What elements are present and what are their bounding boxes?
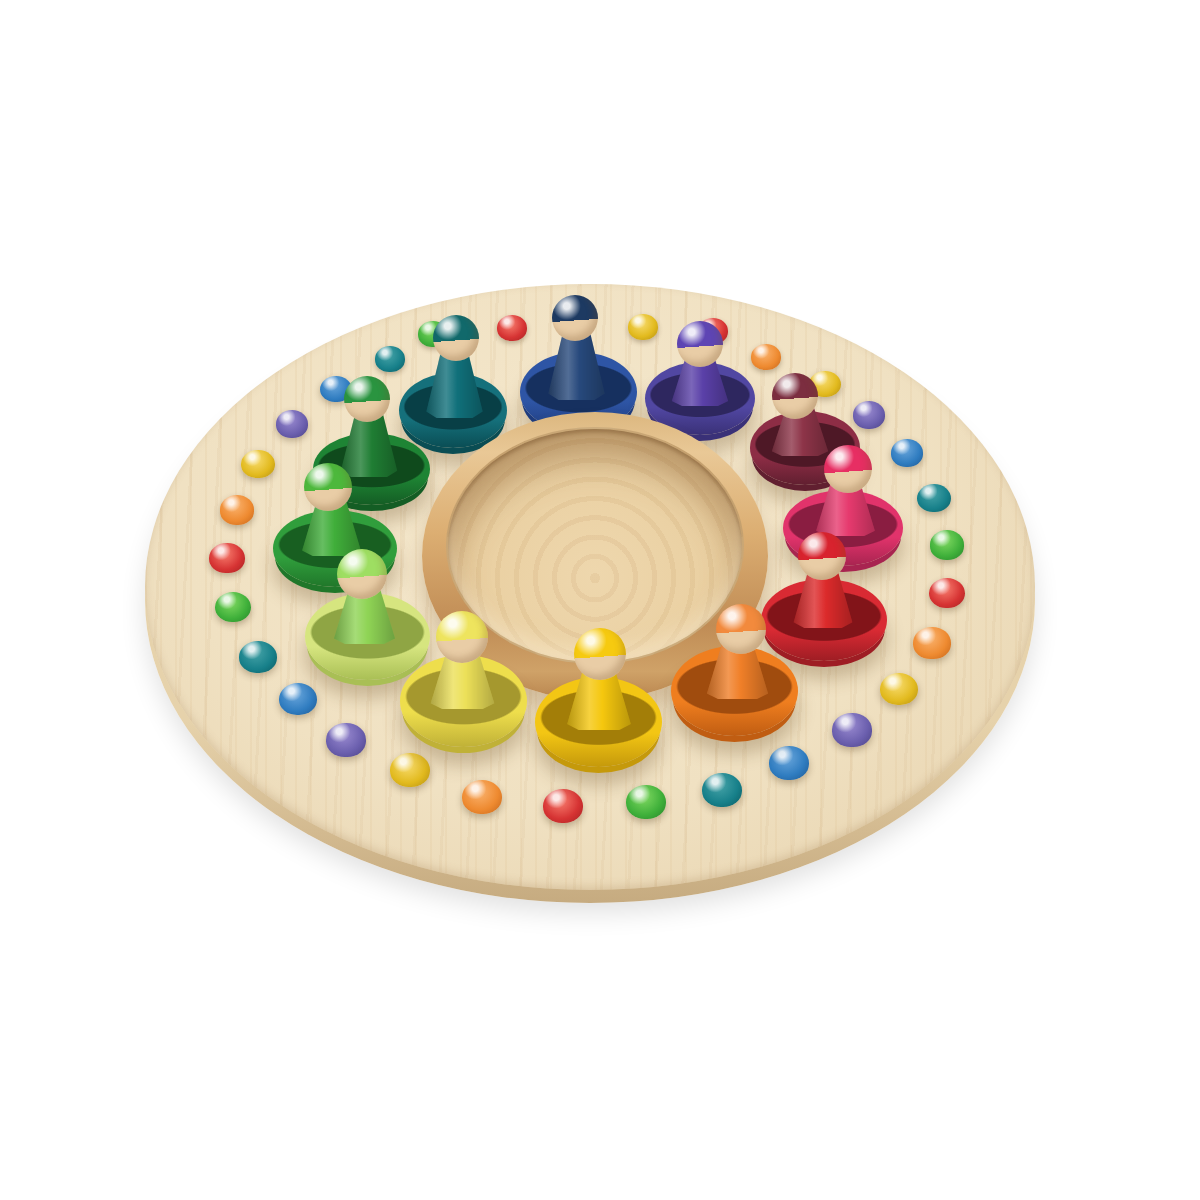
- day-marker-green[interactable]: [930, 530, 965, 560]
- peg-green-head[interactable]: [304, 463, 352, 511]
- calendar-scene: [0, 0, 1200, 1200]
- day-marker-red[interactable]: [497, 315, 527, 341]
- day-marker-teal[interactable]: [917, 484, 951, 513]
- day-marker-yellow[interactable]: [628, 314, 658, 340]
- day-marker-orange[interactable]: [751, 344, 782, 370]
- peg-yellow-head[interactable]: [574, 628, 626, 680]
- peg-navy-head[interactable]: [552, 295, 598, 341]
- peg-pink-head[interactable]: [824, 445, 872, 493]
- day-marker-yellow[interactable]: [241, 450, 274, 478]
- day-marker-orange[interactable]: [220, 495, 254, 524]
- peg-purple-head[interactable]: [677, 321, 723, 367]
- peg-maroon-head[interactable]: [772, 373, 818, 419]
- day-marker-blue[interactable]: [279, 683, 317, 716]
- peg-red-head[interactable]: [798, 532, 846, 580]
- day-marker-orange[interactable]: [462, 780, 502, 814]
- day-marker-teal[interactable]: [375, 346, 406, 372]
- day-marker-red[interactable]: [209, 543, 244, 573]
- day-marker-yellow[interactable]: [390, 753, 430, 787]
- day-marker-green[interactable]: [215, 592, 251, 623]
- day-marker-purple[interactable]: [276, 410, 308, 437]
- day-marker-blue[interactable]: [891, 439, 924, 467]
- day-marker-purple[interactable]: [832, 713, 871, 746]
- peg-orange-head[interactable]: [716, 604, 766, 654]
- peg-teal-head[interactable]: [433, 315, 479, 361]
- peg-lime-head[interactable]: [337, 549, 387, 599]
- day-marker-green[interactable]: [626, 785, 667, 820]
- day-marker-yellow[interactable]: [880, 673, 918, 705]
- day-marker-purple[interactable]: [326, 723, 365, 756]
- day-marker-teal[interactable]: [239, 641, 276, 673]
- peg-dark-green-head[interactable]: [344, 376, 390, 422]
- day-marker-blue[interactable]: [769, 746, 809, 780]
- day-marker-red[interactable]: [543, 789, 584, 824]
- peg-pale-yellow-head[interactable]: [436, 611, 488, 663]
- day-marker-teal[interactable]: [702, 773, 742, 807]
- day-marker-red[interactable]: [929, 578, 965, 609]
- day-marker-orange[interactable]: [913, 627, 950, 659]
- day-marker-purple[interactable]: [853, 401, 885, 428]
